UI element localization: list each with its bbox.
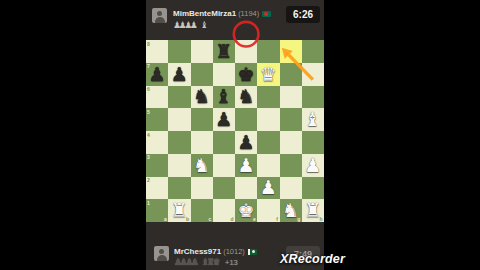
square-g4[interactable]	[280, 131, 302, 154]
square-c5[interactable]	[191, 108, 213, 131]
piece-white-king[interactable]: ♚	[235, 199, 257, 222]
square-h7[interactable]	[302, 63, 324, 86]
square-d5[interactable]: ♟	[213, 108, 235, 131]
rank-label: 1	[147, 200, 150, 206]
bottom-player-username: MrChess971	[174, 247, 221, 256]
piece-white-knight[interactable]: ♞	[191, 154, 213, 177]
black-clock: 6:26	[286, 6, 320, 23]
top-player-bar: MimBenteMirza1(1194) ♟♟♟♟♝ 6:26	[146, 0, 324, 40]
square-h4[interactable]	[302, 131, 324, 154]
bottom-player-name[interactable]: MrChess971(1012)	[174, 247, 257, 256]
screen: MimBenteMirza1(1194) ♟♟♟♟♝ 6:26 8♜7♟♟♚♛6…	[0, 0, 480, 270]
square-c8[interactable]	[191, 40, 213, 63]
square-a6[interactable]: 6	[146, 86, 168, 109]
chess-board[interactable]: 8♜7♟♟♚♛6♞♝♞5♟♝4♟3♞♟♟2♟1ab♜cde♚fg♞h♜	[146, 40, 324, 222]
piece-white-knight[interactable]: ♞	[280, 199, 302, 222]
square-b5[interactable]	[168, 108, 190, 131]
piece-black-bishop[interactable]: ♝	[213, 86, 235, 109]
square-c2[interactable]	[191, 177, 213, 200]
rank-label: 2	[147, 177, 150, 183]
square-c6[interactable]: ♞	[191, 86, 213, 109]
square-c4[interactable]	[191, 131, 213, 154]
rank-label: 8	[147, 41, 150, 47]
square-e1[interactable]: e♚	[235, 199, 257, 222]
square-d3[interactable]	[213, 154, 235, 177]
square-b8[interactable]	[168, 40, 190, 63]
captured-black-pieces: ♝♜♛	[201, 257, 218, 267]
square-f2[interactable]: ♟	[257, 177, 279, 200]
bottom-player-rating: (1012)	[223, 247, 245, 256]
square-g2[interactable]	[280, 177, 302, 200]
square-f3[interactable]	[257, 154, 279, 177]
square-a3[interactable]: 3	[146, 154, 168, 177]
square-c7[interactable]	[191, 63, 213, 86]
square-b3[interactable]	[168, 154, 190, 177]
bottom-player-avatar[interactable]	[154, 246, 169, 261]
piece-white-bishop[interactable]: ♝	[302, 108, 324, 131]
rank-label: 4	[147, 132, 150, 138]
square-h1[interactable]: h♜	[302, 199, 324, 222]
square-b7[interactable]: ♟	[168, 63, 190, 86]
file-label: c	[208, 216, 211, 222]
pakistan-flag-icon	[248, 249, 257, 255]
top-player-captured-tray: ♟♟♟♟♝	[173, 20, 208, 30]
square-b6[interactable]	[168, 86, 190, 109]
piece-black-knight[interactable]: ♞	[235, 86, 257, 109]
square-e7[interactable]: ♚	[235, 63, 257, 86]
piece-white-rook[interactable]: ♜	[168, 199, 190, 222]
square-a2[interactable]: 2	[146, 177, 168, 200]
square-d6[interactable]: ♝	[213, 86, 235, 109]
square-e5[interactable]	[235, 108, 257, 131]
square-g1[interactable]: g♞	[280, 199, 302, 222]
square-e3[interactable]: ♟	[235, 154, 257, 177]
square-e4[interactable]: ♟	[235, 131, 257, 154]
square-b4[interactable]	[168, 131, 190, 154]
square-d2[interactable]	[213, 177, 235, 200]
piece-black-pawn[interactable]: ♟	[146, 63, 168, 86]
square-a8[interactable]: 8	[146, 40, 168, 63]
square-h8[interactable]	[302, 40, 324, 63]
app-window: MimBenteMirza1(1194) ♟♟♟♟♝ 6:26 8♜7♟♟♚♛6…	[146, 0, 324, 270]
captured-black-pawns: ♟♟♟♟	[174, 257, 196, 267]
piece-black-knight[interactable]: ♞	[191, 86, 213, 109]
square-g5[interactable]	[280, 108, 302, 131]
top-player-rating: (1194)	[238, 9, 259, 18]
square-a1[interactable]: 1a	[146, 199, 168, 222]
piece-black-king[interactable]: ♚	[235, 63, 257, 86]
square-f6[interactable]	[257, 86, 279, 109]
square-f8[interactable]	[257, 40, 279, 63]
top-player-avatar[interactable]	[152, 8, 167, 23]
piece-white-rook[interactable]: ♜	[302, 199, 324, 222]
square-f7[interactable]: ♛	[257, 63, 279, 86]
square-h2[interactable]	[302, 177, 324, 200]
top-player-username: MimBenteMirza1	[173, 9, 236, 18]
square-f4[interactable]	[257, 131, 279, 154]
xrecorder-watermark: XRecorder	[280, 252, 345, 266]
square-a4[interactable]: 4	[146, 131, 168, 154]
square-b1[interactable]: b♜	[168, 199, 190, 222]
square-g7[interactable]	[280, 63, 302, 86]
avatar-person-icon	[159, 249, 164, 254]
square-g6[interactable]	[280, 86, 302, 109]
square-f5[interactable]	[257, 108, 279, 131]
bangladesh-flag-icon	[262, 11, 271, 17]
piece-black-pawn[interactable]: ♟	[213, 108, 235, 131]
square-e6[interactable]: ♞	[235, 86, 257, 109]
material-advantage: +13	[225, 258, 238, 267]
captured-white-pawns: ♟♟♟♟	[173, 20, 195, 30]
piece-white-pawn[interactable]: ♟	[257, 177, 279, 200]
piece-black-rook[interactable]: ♜	[213, 40, 235, 63]
square-d4[interactable]	[213, 131, 235, 154]
bottom-player-captured-tray: ♟♟♟♟♝♜♛+13	[174, 257, 238, 268]
rank-label: 5	[147, 109, 150, 115]
piece-black-pawn[interactable]: ♟	[168, 63, 190, 86]
square-g8[interactable]	[280, 40, 302, 63]
square-c3[interactable]: ♞	[191, 154, 213, 177]
avatar-person-icon	[157, 255, 167, 262]
file-label: f	[276, 216, 278, 222]
rank-label: 3	[147, 154, 150, 160]
piece-black-pawn[interactable]: ♟	[235, 131, 257, 154]
file-label: a	[164, 216, 167, 222]
square-e8[interactable]	[235, 40, 257, 63]
square-a5[interactable]: 5	[146, 108, 168, 131]
captured-white-bishop: ♝	[200, 20, 208, 30]
square-h5[interactable]: ♝	[302, 108, 324, 131]
square-f1[interactable]: f	[257, 199, 279, 222]
square-b2[interactable]	[168, 177, 190, 200]
top-player-name[interactable]: MimBenteMirza1(1194)	[173, 9, 271, 18]
square-c1[interactable]: c	[191, 199, 213, 222]
piece-white-pawn[interactable]: ♟	[302, 154, 324, 177]
file-label: d	[230, 216, 233, 222]
square-d1[interactable]: d	[213, 199, 235, 222]
square-g3[interactable]	[280, 154, 302, 177]
avatar-person-icon	[155, 17, 165, 24]
square-e2[interactable]	[235, 177, 257, 200]
square-d7[interactable]	[213, 63, 235, 86]
square-d8[interactable]: ♜	[213, 40, 235, 63]
avatar-person-icon	[157, 11, 162, 16]
piece-white-pawn[interactable]: ♟	[235, 154, 257, 177]
rank-label: 6	[147, 86, 150, 92]
square-a7[interactable]: 7♟	[146, 63, 168, 86]
square-h6[interactable]	[302, 86, 324, 109]
square-h3[interactable]: ♟	[302, 154, 324, 177]
piece-white-queen[interactable]: ♛	[257, 63, 279, 86]
